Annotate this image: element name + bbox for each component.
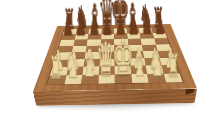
clasp-detail bbox=[185, 85, 194, 95]
chessboard: ♜♞♝♛♚♝♞♜♟♟♟♟♟♟♟♟♟♟♟♟♟♟♟♟♜♞♝♛♚♝♞♜ bbox=[33, 24, 197, 91]
square-g1: ♞ bbox=[147, 73, 166, 82]
board-grid: ♜♞♝♛♚♝♞♜♟♟♟♟♟♟♟♟♟♟♟♟♟♟♟♟♜♞♝♛♚♝♞♜ bbox=[46, 27, 184, 85]
chess-set-photo: ♜♞♝♛♚♝♞♜♟♟♟♟♟♟♟♟♟♟♟♟♟♟♟♟♜♞♝♛♚♝♞♜ bbox=[0, 0, 210, 126]
board-top-surface: ♜♞♝♛♚♝♞♜♟♟♟♟♟♟♟♟♟♟♟♟♟♟♟♟♜♞♝♛♚♝♞♜ bbox=[33, 24, 197, 91]
black-pawn-piece: ♟ bbox=[154, 11, 166, 38]
white-knight-piece: ♞ bbox=[149, 46, 165, 81]
square-h7: ♟ bbox=[152, 33, 167, 39]
white-rook-piece: ♜ bbox=[49, 52, 63, 84]
square-a7: ♟ bbox=[61, 34, 76, 40]
black-pawn-piece: ♟ bbox=[141, 11, 153, 38]
black-pawn-piece: ♟ bbox=[75, 12, 87, 39]
white-bishop-piece: ♝ bbox=[131, 44, 148, 82]
page: { "game": "chess", "position": "rnbqkbnr… bbox=[0, 0, 210, 126]
square-e1: ♚ bbox=[115, 74, 132, 83]
square-b7: ♟ bbox=[74, 34, 88, 40]
square-f1: ♝ bbox=[131, 74, 149, 83]
square-h1: ♜ bbox=[163, 73, 182, 82]
white-knight-piece: ♞ bbox=[65, 48, 81, 83]
white-rook-piece: ♜ bbox=[167, 50, 181, 82]
square-b1: ♞ bbox=[64, 75, 82, 84]
board-front-edge bbox=[33, 89, 197, 106]
square-g7: ♟ bbox=[140, 33, 154, 39]
black-pawn-piece: ♟ bbox=[62, 13, 74, 40]
